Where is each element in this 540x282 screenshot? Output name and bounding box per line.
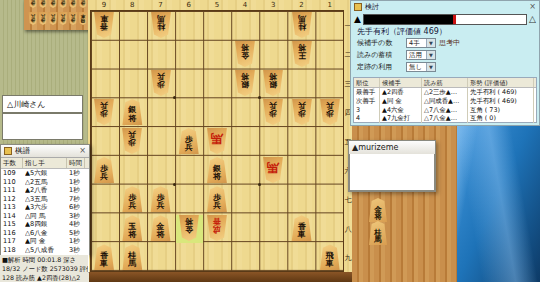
chevron-down-icon: ▼	[426, 63, 435, 71]
kifu-column-headers: 手数 指し手 時間	[1, 158, 89, 169]
candidate-row[interactable]: 4▲7九金打△7八金▲…互角 ( 0)	[354, 114, 536, 123]
file-label: 8	[118, 0, 146, 10]
piece-kanji: 歩兵	[61, 0, 66, 5]
piece-kanji: 飛車	[326, 252, 334, 270]
gote-time-box	[2, 113, 83, 140]
hand-piece[interactable]: 金将	[368, 198, 388, 222]
piece-kanji: 王将	[298, 41, 306, 59]
rank-label: 七	[344, 195, 352, 205]
sente-time-box	[349, 154, 435, 191]
file-label: 7	[146, 0, 174, 10]
piece-kanji: 桂馬	[157, 12, 165, 30]
kifu-row[interactable]: 116△6八金5秒	[1, 229, 89, 238]
evalbar-sente-part	[364, 15, 453, 24]
gote-mark-icon: △	[529, 14, 536, 24]
kifu-row[interactable]: 118△5八成香3秒	[1, 246, 89, 255]
hand-piece[interactable]: 歩兵	[68, 12, 78, 25]
candidate-row[interactable]: 次善手▲同 金△同成香▲…先手有利 ( 469)	[354, 97, 536, 106]
piece-kanji: 香車	[100, 252, 108, 270]
piece-kanji: 歩兵	[213, 194, 221, 212]
status-line3: 128 読み筋 ▲2四香(28)△2	[2, 273, 88, 282]
option-combobox[interactable]: 無し▼	[406, 62, 436, 72]
rank-label: 九	[344, 253, 352, 263]
piece-kanji: 金将	[374, 206, 382, 222]
col-assessment: 形勢 (評価値)	[468, 78, 534, 87]
piece-kanji: 桂馬	[298, 12, 306, 30]
kento-icon	[354, 3, 362, 11]
piece-kanji: 桂馬	[128, 252, 136, 270]
file-label: 5	[203, 0, 231, 10]
status-line1: ■解析 時間 00:01.8 深さ	[2, 255, 88, 264]
kento-title: 検討	[365, 2, 526, 12]
piece-kanji: 歩兵	[41, 12, 46, 22]
kifu-title: 棋譜	[15, 145, 76, 157]
piece-kanji: 金将	[157, 223, 165, 241]
option-combobox[interactable]: 活用▼	[406, 50, 436, 60]
piece-kanji: 飛車	[81, 12, 86, 22]
analysis-status-block: ■解析 時間 00:01.8 深さ 18/32 ノード数 2573039 評価値…	[0, 255, 88, 282]
hand-piece[interactable]: 歩兵	[48, 0, 58, 8]
screen: 金将桂馬 歩兵歩兵歩兵歩兵歩兵歩兵歩兵歩兵歩兵歩兵歩兵飛車 987654321一…	[0, 0, 540, 282]
candidate-row[interactable]: 3▲4六金△7八金▲…互角 ( 73)	[354, 106, 536, 115]
piece-kanji: 歩兵	[185, 136, 193, 154]
piece-kanji: 馬	[267, 157, 279, 174]
piece-kanji: 歩兵	[61, 12, 66, 22]
piece-kanji: 金将	[241, 41, 249, 59]
col-move: 候補手	[380, 78, 422, 87]
kento-analysis-panel[interactable]: 検討 × ▲ △ 先手有利（評価値 469） 候補手の数4手▼思考中読みの蓄積活…	[350, 0, 540, 126]
sente-mark-icon: ▲	[354, 14, 361, 24]
hand-piece[interactable]: 歩兵	[28, 0, 38, 8]
piece-kanji: 歩兵	[31, 12, 36, 22]
sente-window-titlebar[interactable]: ▲murizeme	[349, 141, 435, 155]
piece-kanji: 桂馬	[374, 229, 382, 245]
hand-piece[interactable]: 歩兵	[28, 12, 38, 25]
kifu-close-icon[interactable]: ×	[79, 146, 86, 156]
kifu-col-time: 時間	[67, 158, 85, 168]
kifu-titlebar[interactable]: 棋譜 ×	[1, 145, 89, 158]
piece-kanji: 歩兵	[41, 0, 46, 5]
file-label: 1	[316, 0, 344, 10]
kifu-row[interactable]: 117▲同 金1秒	[1, 237, 89, 246]
piece-kanji: 馬	[211, 128, 223, 145]
kento-option-row: 定跡の利用無し▼	[351, 61, 539, 73]
gote-captured-stand: 歩兵歩兵歩兵歩兵歩兵歩兵歩兵歩兵歩兵歩兵歩兵飛車	[24, 0, 90, 30]
evaluation-bar	[363, 14, 527, 25]
piece-kanji: 歩兵	[128, 194, 136, 212]
file-label: 2	[288, 0, 316, 10]
hand-piece[interactable]: 桂馬	[368, 221, 388, 245]
kifu-row[interactable]: 115▲8四銀4秒	[1, 220, 89, 229]
candidate-rows[interactable]: 最善手▲2四香△2三歩▲…先手有利 ( 469)次善手▲同 金△同成香▲…先手有…	[354, 88, 536, 123]
star-point	[258, 183, 261, 186]
piece-kanji: 歩兵	[128, 128, 136, 146]
hand-piece[interactable]: 歩兵	[78, 0, 88, 8]
kento-options: 候補手の数4手▼思考中読みの蓄積活用▼定跡の利用無し▼	[351, 37, 539, 73]
piece-kanji: 歩兵	[71, 0, 76, 5]
piece-kanji: 歩兵	[31, 0, 36, 5]
hand-piece[interactable]: 歩兵	[58, 0, 68, 8]
kifu-icon	[4, 147, 12, 155]
piece-kanji: 銀将	[128, 106, 136, 124]
piece-kanji: 歩兵	[100, 99, 108, 117]
piece-kanji: 銀将	[241, 70, 249, 88]
kifu-window[interactable]: 棋譜 × 手数 指し手 時間 109▲5六銀1秒110△2五馬1秒111▲2八香…	[0, 144, 90, 255]
evalbar-tick	[453, 15, 456, 24]
sente-name-window[interactable]: ▲murizeme	[348, 140, 436, 192]
kifu-row[interactable]: 112△3五馬7秒	[1, 195, 89, 204]
chevron-down-icon: ▼	[426, 39, 435, 47]
col-rank: 順位	[354, 78, 380, 87]
candidate-row[interactable]: 最善手▲2四香△2三歩▲…先手有利 ( 469)	[354, 88, 536, 97]
hand-piece[interactable]: 飛車	[78, 12, 88, 25]
kifu-row[interactable]: 109▲5六銀1秒	[1, 169, 89, 178]
piece-kanji: 金将	[185, 215, 193, 233]
piece-kanji: 香車	[100, 12, 108, 30]
file-label: 3	[259, 0, 287, 10]
kento-option-row: 読みの蓄積活用▼	[351, 49, 539, 61]
rank-label: 八	[344, 224, 352, 234]
kento-option-row: 候補手の数4手▼思考中	[351, 37, 539, 49]
kifu-row[interactable]: 113▲3六歩6秒	[1, 203, 89, 212]
hand-piece[interactable]: 歩兵	[58, 12, 68, 25]
col-pv: 読み筋	[422, 78, 468, 87]
star-point	[258, 96, 261, 99]
candidate-table-headers: 順位 候補手 読み筋 形勢 (評価値)	[354, 78, 536, 88]
kifu-row[interactable]: 110△2五馬1秒	[1, 178, 89, 187]
piece-kanji: 玉将	[128, 223, 136, 241]
hand-piece[interactable]: 歩兵	[48, 12, 58, 25]
option-combobox[interactable]: 4手▼	[406, 38, 436, 48]
file-label: 9	[90, 0, 118, 10]
status-line2: 18/32 ノード数 2573039 評価値	[2, 264, 88, 273]
kento-close-icon[interactable]: ×	[529, 2, 536, 12]
evaluation-bar-row: ▲ △	[354, 13, 536, 25]
piece-kanji: 銀将	[213, 165, 221, 183]
evaluation-text: 先手有利（評価値 469）	[351, 25, 539, 37]
kifu-row[interactable]: 111▲2八香1秒	[1, 186, 89, 195]
piece-kanji: 歩兵	[100, 165, 108, 183]
kento-titlebar[interactable]: 検討 ×	[351, 1, 539, 12]
piece-kanji: 成香	[213, 215, 221, 233]
sente-window-title: ▲murizeme	[352, 142, 432, 154]
kifu-col-move: 指し手	[23, 158, 67, 168]
piece-kanji: 歩兵	[269, 99, 277, 117]
file-label: 6	[175, 0, 203, 10]
piece-kanji: 銀将	[269, 70, 277, 88]
gote-nameplate: △川崎さん	[2, 95, 83, 113]
piece-kanji: 歩兵	[71, 12, 76, 22]
board-frame	[88, 272, 352, 282]
kifu-col-moveno: 手数	[1, 158, 23, 168]
piece-kanji: 歩兵	[81, 0, 86, 5]
hand-piece[interactable]: 歩兵	[38, 0, 48, 8]
candidate-moves-table[interactable]: 順位 候補手 読み筋 形勢 (評価値) 最善手▲2四香△2三歩▲…先手有利 ( …	[353, 77, 537, 123]
piece-kanji: 歩兵	[298, 99, 306, 117]
piece-kanji: 歩兵	[326, 99, 334, 117]
hand-piece[interactable]: 歩兵	[38, 12, 48, 25]
piece-kanji: 歩兵	[157, 70, 165, 88]
hand-piece[interactable]: 歩兵	[68, 0, 78, 8]
piece-kanji: 歩兵	[157, 194, 165, 212]
piece-kanji: 香車	[298, 223, 306, 241]
piece-kanji: 歩兵	[51, 0, 56, 5]
piece-kanji: 歩兵	[51, 12, 56, 22]
star-point	[173, 96, 176, 99]
file-label: 4	[231, 0, 259, 10]
chevron-down-icon: ▼	[426, 51, 435, 59]
kifu-row[interactable]: 114△同 馬3秒	[1, 212, 89, 221]
